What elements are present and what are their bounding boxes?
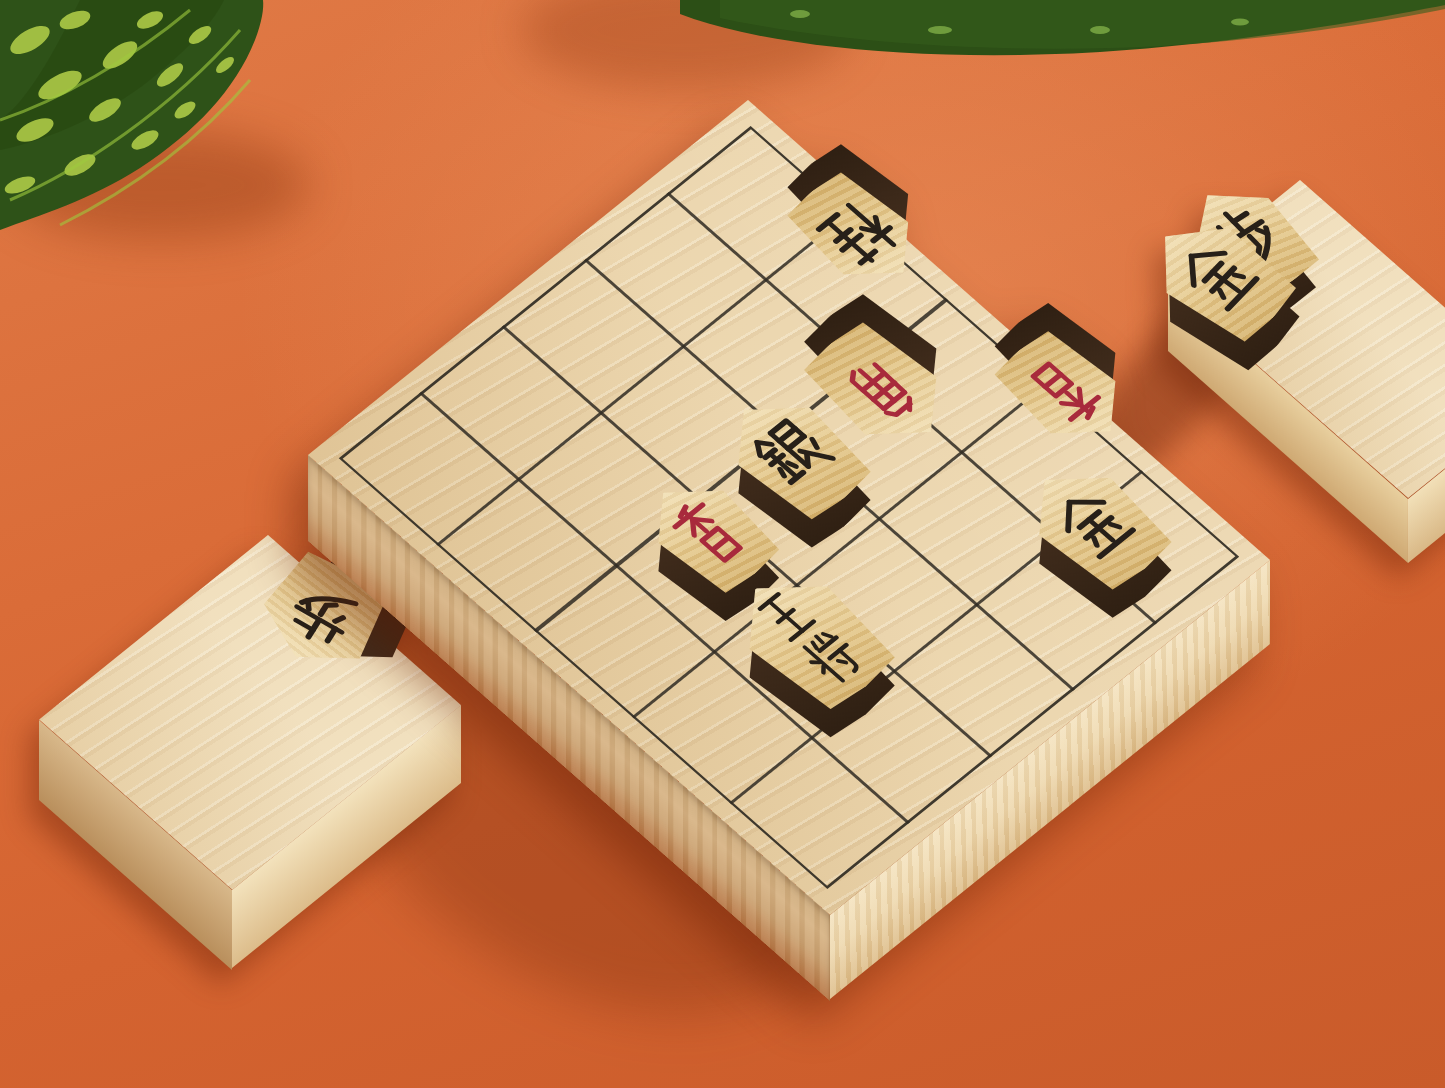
board-surface xyxy=(308,100,1270,915)
plant-leaf-topleft xyxy=(0,0,300,230)
photo-scene xyxy=(0,0,1445,1088)
plant-leaf-topright xyxy=(680,0,1445,80)
